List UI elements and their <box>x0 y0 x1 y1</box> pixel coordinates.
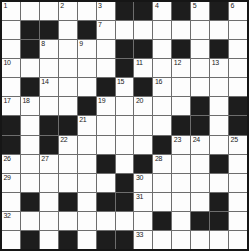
cell-r1c3[interactable] <box>40 2 58 20</box>
cell-r2c13[interactable] <box>229 21 247 39</box>
cell-r7c1 <box>2 116 20 134</box>
cell-r5c6 <box>97 78 115 96</box>
cell-r13c4 <box>59 231 77 249</box>
cell-r7c5[interactable]: 21 <box>78 116 96 134</box>
cell-r9c6 <box>97 155 115 173</box>
cell-r3c4[interactable] <box>59 40 77 58</box>
cell-r9c9[interactable]: 28 <box>153 155 171 173</box>
cell-r7c6[interactable] <box>97 116 115 134</box>
cell-r7c7[interactable] <box>116 116 134 134</box>
cell-r10c8[interactable]: 30 <box>134 174 152 192</box>
cell-r2c4[interactable] <box>59 21 77 39</box>
clue-number-3: 3 <box>98 2 102 10</box>
cell-r4c8[interactable]: 11 <box>134 59 152 77</box>
cell-r10c6[interactable] <box>97 174 115 192</box>
cell-r11c5[interactable] <box>78 193 96 211</box>
cell-r3c10 <box>172 40 190 58</box>
cell-r13c6 <box>97 231 115 249</box>
cell-r1c2[interactable] <box>21 2 39 20</box>
cell-r8c3 <box>40 136 58 154</box>
cell-r12c11 <box>191 212 209 230</box>
cell-r1c7 <box>116 2 134 20</box>
crossword-board: 1234567891011121314151617181920212223242… <box>0 0 249 251</box>
cell-r12c5[interactable] <box>78 212 96 230</box>
clue-number-23: 23 <box>174 136 181 144</box>
crossword-page: 1234567891011121314151617181920212223242… <box>0 0 249 251</box>
cell-r13c7 <box>116 231 134 249</box>
clue-number-8: 8 <box>41 40 45 48</box>
cell-r9c2[interactable] <box>21 155 39 173</box>
clue-number-15: 15 <box>117 78 124 86</box>
cell-r4c4[interactable] <box>59 59 77 77</box>
clue-number-16: 16 <box>155 78 162 86</box>
cell-r4c6[interactable] <box>97 59 115 77</box>
cell-r11c9[interactable] <box>153 193 171 211</box>
clue-number-1: 1 <box>4 2 8 10</box>
cell-r12c4[interactable] <box>59 212 77 230</box>
clue-number-10: 10 <box>4 59 11 67</box>
cell-r6c9[interactable] <box>153 97 171 115</box>
cell-r1c8 <box>134 2 152 20</box>
clue-number-11: 11 <box>136 59 143 67</box>
cell-r13c9[interactable] <box>153 231 171 249</box>
cell-r12c10[interactable] <box>172 212 190 230</box>
cell-r1c6[interactable]: 3 <box>97 2 115 20</box>
cell-r1c1[interactable]: 1 <box>2 2 20 20</box>
cell-r9c7[interactable] <box>116 155 134 173</box>
cell-r8c13[interactable]: 25 <box>229 136 247 154</box>
cell-r3c7 <box>116 40 134 58</box>
cell-r2c7[interactable] <box>116 21 134 39</box>
cell-r10c10[interactable] <box>172 174 190 192</box>
cell-r5c4[interactable] <box>59 78 77 96</box>
cell-r10c12[interactable] <box>210 174 228 192</box>
cell-r13c1[interactable] <box>2 231 20 249</box>
cell-r11c8[interactable]: 31 <box>134 193 152 211</box>
cell-r1c13[interactable]: 6 <box>229 2 247 20</box>
clue-number-18: 18 <box>22 97 29 105</box>
cell-r8c8[interactable] <box>134 136 152 154</box>
cell-r2c2 <box>21 21 39 39</box>
cell-r2c8[interactable] <box>134 21 152 39</box>
clue-number-33: 33 <box>136 231 143 239</box>
cell-r3c5[interactable]: 9 <box>78 40 96 58</box>
cell-r4c10[interactable]: 12 <box>172 59 190 77</box>
cell-r9c8 <box>134 155 152 173</box>
clue-number-5: 5 <box>193 2 197 10</box>
cell-r12c7[interactable] <box>116 212 134 230</box>
cell-r3c3[interactable]: 8 <box>40 40 58 58</box>
cell-r11c2 <box>21 193 39 211</box>
clue-number-32: 32 <box>4 212 11 220</box>
cell-r8c12[interactable] <box>210 136 228 154</box>
cell-r12c2[interactable] <box>21 212 39 230</box>
cell-r7c12[interactable] <box>210 116 228 134</box>
cell-r7c9[interactable] <box>153 116 171 134</box>
cell-r13c11[interactable] <box>191 231 209 249</box>
cell-r9c3[interactable]: 27 <box>40 155 58 173</box>
clue-number-25: 25 <box>231 136 238 144</box>
cell-r10c4[interactable] <box>59 174 77 192</box>
clue-number-22: 22 <box>60 136 67 144</box>
cell-r13c12[interactable] <box>210 231 228 249</box>
clue-number-20: 20 <box>136 97 143 105</box>
cell-r3c8 <box>134 40 152 58</box>
cell-r9c4[interactable] <box>59 155 77 173</box>
cell-r7c11 <box>191 116 209 134</box>
cell-r12c12 <box>210 212 228 230</box>
cell-r2c10[interactable] <box>172 21 190 39</box>
cell-r9c11[interactable] <box>191 155 209 173</box>
clue-number-6: 6 <box>231 2 235 10</box>
cell-r9c5[interactable] <box>78 155 96 173</box>
clue-number-9: 9 <box>79 40 83 48</box>
cell-r10c9[interactable] <box>153 174 171 192</box>
clue-number-28: 28 <box>155 155 162 163</box>
cell-r6c8[interactable]: 20 <box>134 97 152 115</box>
cell-r10c13[interactable] <box>229 174 247 192</box>
cell-r10c3[interactable] <box>40 174 58 192</box>
cell-r8c5[interactable] <box>78 136 96 154</box>
clue-number-19: 19 <box>98 97 105 105</box>
cell-r6c10[interactable] <box>172 97 190 115</box>
cell-r10c7 <box>116 174 134 192</box>
cell-r4c7 <box>116 59 134 77</box>
cell-r13c5[interactable] <box>78 231 96 249</box>
cell-r5c12[interactable] <box>210 78 228 96</box>
cell-r4c11[interactable] <box>191 59 209 77</box>
cell-r2c5 <box>78 21 96 39</box>
cell-r13c13[interactable] <box>229 231 247 249</box>
cell-r7c13 <box>229 116 247 134</box>
cell-r7c8[interactable] <box>134 116 152 134</box>
cell-r8c4[interactable]: 22 <box>59 136 77 154</box>
cell-r4c3[interactable] <box>40 59 58 77</box>
clue-number-27: 27 <box>41 155 48 163</box>
cell-r12c3[interactable] <box>40 212 58 230</box>
cell-r12c6[interactable] <box>97 212 115 230</box>
cell-r2c9[interactable] <box>153 21 171 39</box>
cell-r6c13 <box>229 97 247 115</box>
cell-r3c12 <box>210 40 228 58</box>
cell-r1c11[interactable]: 5 <box>191 2 209 20</box>
cell-r13c10[interactable] <box>172 231 190 249</box>
cell-r4c12[interactable]: 13 <box>210 59 228 77</box>
clue-number-31: 31 <box>136 193 143 201</box>
cell-r3c9[interactable] <box>153 40 171 58</box>
cell-r4c5[interactable] <box>78 59 96 77</box>
cell-r8c2[interactable] <box>21 136 39 154</box>
cell-r2c12[interactable] <box>210 21 228 39</box>
cell-r6c7[interactable] <box>116 97 134 115</box>
cell-r10c11[interactable] <box>191 174 209 192</box>
cell-r10c2[interactable] <box>21 174 39 192</box>
cell-r11c12 <box>210 193 228 211</box>
clue-number-21: 21 <box>79 116 86 124</box>
cell-r7c4 <box>59 116 77 134</box>
cell-r1c10 <box>172 2 190 20</box>
cell-r2c1[interactable] <box>2 21 20 39</box>
cell-r2c3 <box>40 21 58 39</box>
clue-number-2: 2 <box>60 2 64 10</box>
clue-number-17: 17 <box>4 97 11 105</box>
cell-r7c2[interactable] <box>21 116 39 134</box>
cell-r6c4[interactable] <box>59 97 77 115</box>
cell-r11c1[interactable] <box>2 193 20 211</box>
cell-r11c13[interactable] <box>229 193 247 211</box>
cell-r13c2 <box>21 231 39 249</box>
cell-r6c1[interactable]: 17 <box>2 97 20 115</box>
cell-r6c5 <box>78 97 96 115</box>
cell-r13c8[interactable]: 33 <box>134 231 152 249</box>
cell-r10c1[interactable]: 29 <box>2 174 20 192</box>
cell-r11c7 <box>116 193 134 211</box>
cell-r5c7[interactable]: 15 <box>116 78 134 96</box>
cell-r5c9[interactable]: 16 <box>153 78 171 96</box>
cell-r5c1[interactable] <box>2 78 20 96</box>
cell-r5c13[interactable] <box>229 78 247 96</box>
clue-number-24: 24 <box>193 136 200 144</box>
cell-r9c12 <box>210 155 228 173</box>
cell-r11c10[interactable] <box>172 193 190 211</box>
cell-r9c13[interactable] <box>229 155 247 173</box>
cell-r12c13[interactable] <box>229 212 247 230</box>
cell-r4c2[interactable] <box>21 59 39 77</box>
cell-r1c12 <box>210 2 228 20</box>
cell-r12c9 <box>153 212 171 230</box>
cell-r1c4[interactable]: 2 <box>59 2 77 20</box>
clue-number-30: 30 <box>136 174 143 182</box>
cell-r11c11[interactable] <box>191 193 209 211</box>
cell-r3c13[interactable] <box>229 40 247 58</box>
clue-number-26: 26 <box>4 155 11 163</box>
cell-r6c12[interactable] <box>210 97 228 115</box>
clue-number-13: 13 <box>212 59 219 67</box>
clue-number-7: 7 <box>98 21 102 29</box>
cell-r6c11 <box>191 97 209 115</box>
cell-r12c8[interactable] <box>134 212 152 230</box>
cell-r2c6[interactable]: 7 <box>97 21 115 39</box>
cell-r1c5[interactable] <box>78 2 96 20</box>
cell-r5c11[interactable] <box>191 78 209 96</box>
cell-r3c1[interactable] <box>2 40 20 58</box>
cell-r3c6[interactable] <box>97 40 115 58</box>
cell-r4c9[interactable] <box>153 59 171 77</box>
cell-r9c1[interactable]: 26 <box>2 155 20 173</box>
cell-r2c11[interactable] <box>191 21 209 39</box>
cell-r6c3[interactable] <box>40 97 58 115</box>
clue-number-14: 14 <box>41 78 48 86</box>
cell-r3c11[interactable] <box>191 40 209 58</box>
cell-r8c9 <box>153 136 171 154</box>
cell-r5c5[interactable] <box>78 78 96 96</box>
cell-r8c1 <box>2 136 20 154</box>
cell-r8c10[interactable]: 23 <box>172 136 190 154</box>
cell-r9c10[interactable] <box>172 155 190 173</box>
cell-r8c6[interactable] <box>97 136 115 154</box>
cell-r4c13[interactable] <box>229 59 247 77</box>
cell-r5c8 <box>134 78 152 96</box>
cell-r6c6[interactable]: 19 <box>97 97 115 115</box>
cell-r10c5[interactable] <box>78 174 96 192</box>
cell-r5c10[interactable] <box>172 78 190 96</box>
cell-r8c7[interactable] <box>116 136 134 154</box>
cell-r5c2 <box>21 78 39 96</box>
cell-r3c2 <box>21 40 39 58</box>
cell-r7c3 <box>40 116 58 134</box>
clue-number-12: 12 <box>174 59 181 67</box>
cell-r11c4 <box>59 193 77 211</box>
cell-r8c11[interactable]: 24 <box>191 136 209 154</box>
cell-r13c3[interactable] <box>40 231 58 249</box>
cell-r5c3[interactable]: 14 <box>40 78 58 96</box>
cell-r4c1[interactable]: 10 <box>2 59 20 77</box>
clue-number-29: 29 <box>4 174 11 182</box>
cell-r6c2[interactable]: 18 <box>21 97 39 115</box>
cell-r11c3[interactable] <box>40 193 58 211</box>
cell-r11c6 <box>97 193 115 211</box>
cell-r12c1[interactable]: 32 <box>2 212 20 230</box>
cell-r7c10 <box>172 116 190 134</box>
cell-r1c9[interactable]: 4 <box>153 2 171 20</box>
clue-number-4: 4 <box>155 2 159 10</box>
